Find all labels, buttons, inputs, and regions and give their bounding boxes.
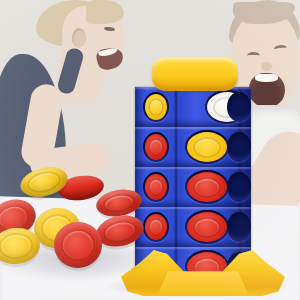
disc-hole (227, 132, 251, 162)
right-child-teeth (255, 74, 278, 82)
tower-cell-r2-right[interactable] (233, 127, 251, 167)
tower-cell-r3-right[interactable] (233, 167, 251, 207)
disc-rim (193, 177, 221, 198)
disc-rim (148, 98, 163, 116)
disc-hole (185, 170, 229, 204)
tower-cell-r3-front[interactable] (171, 167, 233, 207)
yellow-disc[interactable] (187, 132, 227, 162)
red-disc[interactable] (145, 134, 167, 160)
tower-cell-r4-right[interactable] (233, 207, 251, 247)
tower-cell-r1-right[interactable] (233, 87, 251, 127)
disc-rim (148, 138, 163, 156)
disc-rim (102, 191, 137, 215)
tower-cell-r2-front[interactable] (171, 127, 233, 167)
disc-rim (101, 217, 138, 245)
right-child-laughing-mouth (249, 73, 285, 108)
disc-rim (193, 217, 221, 238)
tower-ring-1[interactable] (135, 87, 251, 127)
disc-hole (143, 132, 169, 162)
disc-hole (227, 212, 251, 242)
left-child-hair-fringe (86, 0, 124, 24)
red-disc[interactable] (187, 212, 227, 242)
yellow-disc[interactable] (145, 94, 167, 120)
disc-rim (0, 232, 34, 261)
tower-cell-r1-front[interactable] (171, 87, 233, 127)
disc-rim (60, 228, 96, 262)
disc-hole (185, 130, 229, 164)
left-child-ear (72, 28, 86, 48)
disc-rim (25, 168, 62, 195)
disc-hole (185, 210, 229, 244)
disc-hole (227, 92, 251, 122)
right-child-nose (261, 62, 272, 71)
red-disc[interactable] (187, 172, 227, 202)
disc-hole (143, 92, 169, 122)
tower-cell-r1-left[interactable] (135, 87, 171, 127)
disc-hole (227, 172, 251, 202)
product-photo-scene (0, 0, 300, 300)
right-child-right-eye (274, 44, 288, 52)
tower-yellow-cap (152, 57, 238, 91)
tower-cell-r4-front[interactable] (171, 207, 233, 247)
disc-pile (0, 160, 172, 300)
disc-rim (193, 137, 221, 158)
